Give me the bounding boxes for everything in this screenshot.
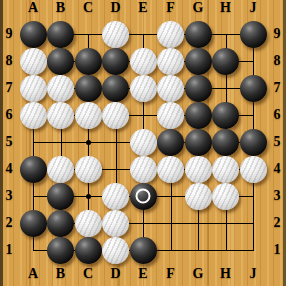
col-label-bottom-E: E	[133, 266, 153, 282]
black-stone-G7	[185, 75, 212, 102]
black-stone-E1	[130, 237, 157, 264]
black-stone-H5	[212, 129, 239, 156]
black-stone-J5	[240, 129, 267, 156]
black-stone-G9	[185, 21, 212, 48]
black-stone-B1	[47, 237, 74, 264]
col-label-bottom-J: J	[243, 266, 263, 282]
white-stone-G4	[185, 156, 212, 183]
col-label-bottom-C: C	[78, 266, 98, 282]
white-stone-J4	[240, 156, 267, 183]
white-stone-D6	[102, 102, 129, 129]
black-stone-G6	[185, 102, 212, 129]
white-stone-D3	[102, 183, 129, 210]
col-label-top-F: F	[161, 0, 181, 16]
white-stone-A7	[20, 75, 47, 102]
black-stone-B8	[47, 48, 74, 75]
white-stone-B7	[47, 75, 74, 102]
black-stone-F5	[157, 129, 184, 156]
black-stone-D7	[102, 75, 129, 102]
wood-grain-left-edge	[0, 0, 3, 286]
col-label-bottom-F: F	[161, 266, 181, 282]
white-stone-F9	[157, 21, 184, 48]
black-stone-B2	[47, 210, 74, 237]
black-stone-A2	[20, 210, 47, 237]
col-label-top-E: E	[133, 0, 153, 16]
black-stone-E3	[130, 183, 157, 210]
white-stone-D9	[102, 21, 129, 48]
black-stone-G8	[185, 48, 212, 75]
col-label-top-J: J	[243, 0, 263, 16]
white-stone-F4	[157, 156, 184, 183]
black-stone-H6	[212, 102, 239, 129]
wood-grain-right-edge	[283, 0, 286, 286]
col-label-bottom-B: B	[51, 266, 71, 282]
col-label-bottom-A: A	[23, 266, 43, 282]
black-stone-A9	[20, 21, 47, 48]
black-stone-B9	[47, 21, 74, 48]
col-label-top-H: H	[216, 0, 236, 16]
white-stone-A8	[20, 48, 47, 75]
white-stone-B4	[47, 156, 74, 183]
black-stone-B3	[47, 183, 74, 210]
last-move-marker	[136, 189, 151, 204]
black-stone-H8	[212, 48, 239, 75]
white-stone-C2	[75, 210, 102, 237]
white-stone-F8	[157, 48, 184, 75]
white-stone-E5	[130, 129, 157, 156]
black-stone-J9	[240, 21, 267, 48]
black-stone-D8	[102, 48, 129, 75]
white-stone-D2	[102, 210, 129, 237]
black-stone-C1	[75, 237, 102, 264]
white-stone-E4	[130, 156, 157, 183]
hoshi-C5	[86, 140, 91, 145]
col-label-top-D: D	[106, 0, 126, 16]
col-label-bottom-H: H	[216, 266, 236, 282]
col-label-top-A: A	[23, 0, 43, 16]
hoshi-C3	[86, 194, 91, 199]
black-stone-J7	[240, 75, 267, 102]
black-stone-A4	[20, 156, 47, 183]
col-label-bottom-G: G	[188, 266, 208, 282]
white-stone-A6	[20, 102, 47, 129]
white-stone-D1	[102, 237, 129, 264]
white-stone-F6	[157, 102, 184, 129]
white-stone-G3	[185, 183, 212, 210]
col-label-top-B: B	[51, 0, 71, 16]
col-label-top-G: G	[188, 0, 208, 16]
white-stone-E8	[130, 48, 157, 75]
col-label-bottom-D: D	[106, 266, 126, 282]
black-stone-C8	[75, 48, 102, 75]
white-stone-C4	[75, 156, 102, 183]
white-stone-B6	[47, 102, 74, 129]
white-stone-C6	[75, 102, 102, 129]
white-stone-F7	[157, 75, 184, 102]
col-label-top-C: C	[78, 0, 98, 16]
black-stone-G5	[185, 129, 212, 156]
black-stone-C7	[75, 75, 102, 102]
white-stone-H3	[212, 183, 239, 210]
go-board[interactable]: AABBCCDDEEFFGGHHJJ998877665544332211	[0, 0, 286, 286]
white-stone-E7	[130, 75, 157, 102]
white-stone-H4	[212, 156, 239, 183]
